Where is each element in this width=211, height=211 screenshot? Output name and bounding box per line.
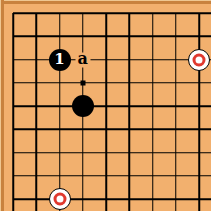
intersection-G11 [141,187,164,210]
intersection-C13 [48,141,71,164]
intersection-E18 [94,25,117,48]
intersection-H12 [164,164,187,187]
intersection-F15 [118,94,141,117]
intersection-F18 [118,25,141,48]
intersection-A13 [1,141,24,164]
intersection-E19 [94,1,117,24]
intersection-J17 [187,48,210,71]
intersection-J16 [187,71,210,94]
intersection-D15 [71,94,94,117]
intersection-B16 [25,71,48,94]
circle-mark-icon [193,53,206,66]
intersection-G18 [141,25,164,48]
intersection-J12 [187,164,210,187]
intersection-H13 [164,141,187,164]
intersection-H17 [164,48,187,71]
intersection-D17: a [71,48,94,71]
intersection-A19 [1,1,24,24]
intersection-E15 [94,94,117,117]
intersection-C18 [48,25,71,48]
intersection-E13 [94,141,117,164]
white-stone-circled [188,49,210,71]
go-board-grid: 1a [1,1,210,210]
intersection-D11 [71,187,94,210]
intersection-D18 [71,25,94,48]
intersection-H14 [164,118,187,141]
black-stone-move-1: 1 [49,49,71,71]
intersection-B17 [25,48,48,71]
intersection-C11 [48,187,71,210]
intersection-J11 [187,187,210,210]
intersection-J18 [187,25,210,48]
intersection-C14 [48,118,71,141]
intersection-A11 [1,187,24,210]
intersection-B11 [25,187,48,210]
intersection-B13 [25,141,48,164]
intersection-D13 [71,141,94,164]
intersection-G14 [141,118,164,141]
intersection-G16 [141,71,164,94]
intersection-A12 [1,164,24,187]
intersection-E17 [94,48,117,71]
intersection-D14 [71,118,94,141]
intersection-D19 [71,1,94,24]
intersection-G19 [141,1,164,24]
intersection-E16 [94,71,117,94]
intersection-D12 [71,164,94,187]
intersection-F19 [118,1,141,24]
intersection-E12 [94,164,117,187]
intersection-C15 [48,94,71,117]
intersection-G15 [141,94,164,117]
black-stone [72,95,94,117]
intersection-E11 [94,187,117,210]
hoshi-star-point [80,80,85,85]
intersection-J13 [187,141,210,164]
intersection-F17 [118,48,141,71]
intersection-C19 [48,1,71,24]
move-number-label: 1 [54,51,64,66]
intersection-F14 [118,118,141,141]
intersection-A15 [1,94,24,117]
intersection-H11 [164,187,187,210]
white-stone-circled [49,188,71,210]
intersection-J14 [187,118,210,141]
intersection-A14 [1,118,24,141]
intersection-D16 [71,71,94,94]
intersection-J19 [187,1,210,24]
intersection-B14 [25,118,48,141]
point-label-a: a [78,51,88,67]
intersection-F11 [118,187,141,210]
intersection-E14 [94,118,117,141]
intersection-H18 [164,25,187,48]
intersection-H19 [164,1,187,24]
intersection-F12 [118,164,141,187]
intersection-B15 [25,94,48,117]
intersection-A17 [1,48,24,71]
intersection-F16 [118,71,141,94]
intersection-H16 [164,71,187,94]
intersection-C17: 1 [48,48,71,71]
intersection-G13 [141,141,164,164]
intersection-A16 [1,71,24,94]
intersection-C12 [48,164,71,187]
intersection-B18 [25,25,48,48]
board-frame-left-edge [1,0,4,211]
intersection-B19 [25,1,48,24]
intersection-G12 [141,164,164,187]
intersection-J15 [187,94,210,117]
board-frame-top-edge [0,1,211,4]
intersection-H15 [164,94,187,117]
go-diagram: 1a [0,0,211,211]
label-patch: a [75,52,90,67]
intersection-F13 [118,141,141,164]
intersection-C16 [48,71,71,94]
circle-mark-icon [53,193,66,206]
intersection-A18 [1,25,24,48]
intersection-G17 [141,48,164,71]
intersection-B12 [25,164,48,187]
